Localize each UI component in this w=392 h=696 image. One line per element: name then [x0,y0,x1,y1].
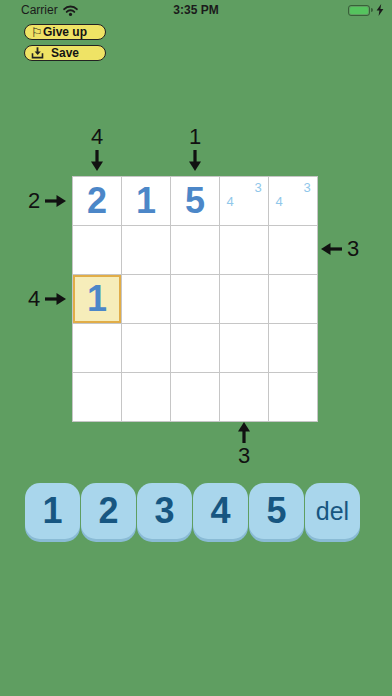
cell-r5c5[interactable] [269,373,317,421]
cell-r4c3[interactable] [171,324,219,372]
pencil-mark-4: 4 [272,195,286,208]
clue-top-col1-number: 4 [91,126,103,148]
clue-left-row1: 2 [28,188,66,214]
cell-r3c3[interactable] [171,275,219,323]
clue-right-row2-number: 3 [347,238,359,260]
cell-r3c1[interactable]: 1 [73,275,121,323]
cell-r2c1[interactable] [73,226,121,274]
pencil-mark-4: 4 [223,195,237,208]
key-1[interactable]: 1 [25,483,80,539]
clue-left-row3-number: 4 [28,288,40,310]
key-3[interactable]: 3 [137,483,192,539]
cell-r1c2[interactable]: 1 [122,177,170,225]
arrow-left-icon [321,242,342,256]
arrow-right-icon [45,292,66,306]
arrow-down-icon [90,150,104,171]
key-2[interactable]: 2 [81,483,136,539]
cell-r4c2[interactable] [122,324,170,372]
clock: 3:35 PM [0,3,392,17]
clue-right-row2: 3 [321,236,359,262]
cell-r3c2[interactable] [122,275,170,323]
cell-r3c5[interactable] [269,275,317,323]
battery-tip [371,8,373,12]
keypad: 12345del [25,483,360,539]
cell-r1c3[interactable]: 5 [171,177,219,225]
cell-r1c4[interactable]: 34 [220,177,268,225]
cell-r5c1[interactable] [73,373,121,421]
clue-left-row3: 4 [28,286,66,312]
status-bar-right [348,4,384,16]
clue-top-col3: 1 [175,126,215,171]
arrow-right-icon [45,194,66,208]
pencil-mark-3: 3 [300,181,314,194]
key-5[interactable]: 5 [249,483,304,539]
cell-r5c4[interactable] [220,373,268,421]
clue-left-row1-number: 2 [28,190,40,212]
cell-r5c3[interactable] [171,373,219,421]
pencil-mark-3: 3 [251,181,265,194]
cell-r5c2[interactable] [122,373,170,421]
cell-r4c1[interactable] [73,324,121,372]
cell-r4c5[interactable] [269,324,317,372]
clue-bottom-col4-number: 3 [238,445,250,467]
give-up-button[interactable]: ⚐ Give up [24,24,106,40]
charging-bolt-icon [376,4,384,16]
cell-r3c4[interactable] [220,275,268,323]
puzzle-grid: 21534341 [72,176,318,422]
clue-top-col1: 4 [77,126,117,171]
cell-r1c5[interactable]: 34 [269,177,317,225]
clue-bottom-col4: 3 [224,422,264,467]
cell-r2c5[interactable] [269,226,317,274]
cell-r2c2[interactable] [122,226,170,274]
save-button[interactable]: Save [24,45,106,61]
flag-icon: ⚐ [31,25,43,39]
key-del[interactable]: del [305,483,360,539]
battery-icon [348,5,370,16]
give-up-label: Give up [43,25,87,39]
cell-r4c4[interactable] [220,324,268,372]
save-label: Save [51,46,79,60]
arrow-down-icon [188,150,202,171]
cell-r2c3[interactable] [171,226,219,274]
cell-r2c4[interactable] [220,226,268,274]
save-icon [31,46,44,60]
arrow-up-icon [237,422,251,443]
cell-r1c1[interactable]: 2 [73,177,121,225]
clue-top-col3-number: 1 [189,126,201,148]
key-4[interactable]: 4 [193,483,248,539]
